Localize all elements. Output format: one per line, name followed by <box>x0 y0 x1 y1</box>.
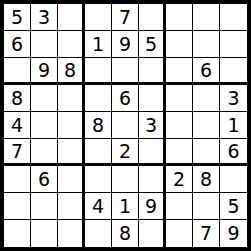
cell-r7c5[interactable] <box>112 166 139 193</box>
cell-r8c2[interactable] <box>31 193 58 220</box>
cell-r1c6[interactable] <box>139 4 166 31</box>
cell-r6c9[interactable]: 6 <box>220 139 247 166</box>
cell-r2c1[interactable]: 6 <box>4 31 31 58</box>
cell-r8c5[interactable]: 1 <box>112 193 139 220</box>
cell-r7c3[interactable] <box>58 166 85 193</box>
cell-r9c6[interactable] <box>139 220 166 247</box>
cell-r9c5[interactable]: 8 <box>112 220 139 247</box>
cell-r8c9[interactable]: 5 <box>220 193 247 220</box>
cell-r8c6[interactable]: 9 <box>139 193 166 220</box>
cell-r2c9[interactable] <box>220 31 247 58</box>
cell-r9c8[interactable]: 7 <box>193 220 220 247</box>
cell-r3c9[interactable] <box>220 58 247 85</box>
cell-r3c2[interactable]: 9 <box>31 58 58 85</box>
cell-r7c1[interactable] <box>4 166 31 193</box>
cell-r5c5[interactable] <box>112 112 139 139</box>
cell-r6c7[interactable] <box>166 139 193 166</box>
cell-r9c9[interactable]: 9 <box>220 220 247 247</box>
cell-r4c1[interactable]: 8 <box>4 85 31 112</box>
cell-r9c2[interactable] <box>31 220 58 247</box>
cell-r6c6[interactable] <box>139 139 166 166</box>
cell-r9c7[interactable] <box>166 220 193 247</box>
cell-r1c7[interactable] <box>166 4 193 31</box>
cell-r2c2[interactable] <box>31 31 58 58</box>
cell-r9c4[interactable] <box>85 220 112 247</box>
cell-r9c3[interactable] <box>58 220 85 247</box>
cell-r7c9[interactable] <box>220 166 247 193</box>
cell-r8c1[interactable] <box>4 193 31 220</box>
cell-r7c2[interactable]: 6 <box>31 166 58 193</box>
cell-r8c4[interactable]: 4 <box>85 193 112 220</box>
cell-r2c6[interactable]: 5 <box>139 31 166 58</box>
cell-r1c2[interactable]: 3 <box>31 4 58 31</box>
cell-r4c2[interactable] <box>31 85 58 112</box>
sudoku-board: 537619598686348317266284195879 <box>0 0 251 251</box>
cell-r7c7[interactable]: 2 <box>166 166 193 193</box>
cell-r3c8[interactable]: 6 <box>193 58 220 85</box>
cell-r1c3[interactable] <box>58 4 85 31</box>
cell-r5c3[interactable] <box>58 112 85 139</box>
cell-r5c4[interactable]: 8 <box>85 112 112 139</box>
cell-r8c7[interactable] <box>166 193 193 220</box>
cell-r2c4[interactable]: 1 <box>85 31 112 58</box>
cell-r2c7[interactable] <box>166 31 193 58</box>
cell-r1c9[interactable] <box>220 4 247 31</box>
cell-r5c7[interactable] <box>166 112 193 139</box>
cell-r3c4[interactable] <box>85 58 112 85</box>
cell-r8c8[interactable] <box>193 193 220 220</box>
cell-r3c3[interactable]: 8 <box>58 58 85 85</box>
cell-r1c5[interactable]: 7 <box>112 4 139 31</box>
cell-r6c8[interactable] <box>193 139 220 166</box>
cell-r1c1[interactable]: 5 <box>4 4 31 31</box>
cell-r4c7[interactable] <box>166 85 193 112</box>
cell-r5c6[interactable]: 3 <box>139 112 166 139</box>
cell-r6c3[interactable] <box>58 139 85 166</box>
cell-r4c9[interactable]: 3 <box>220 85 247 112</box>
cell-r1c4[interactable] <box>85 4 112 31</box>
cell-r4c4[interactable] <box>85 85 112 112</box>
cell-r1c8[interactable] <box>193 4 220 31</box>
cell-r2c8[interactable] <box>193 31 220 58</box>
cell-r6c2[interactable] <box>31 139 58 166</box>
cell-r3c5[interactable] <box>112 58 139 85</box>
cell-r4c6[interactable] <box>139 85 166 112</box>
cell-r6c4[interactable] <box>85 139 112 166</box>
cell-r4c8[interactable] <box>193 85 220 112</box>
cell-r5c2[interactable] <box>31 112 58 139</box>
cell-r9c1[interactable] <box>4 220 31 247</box>
cell-r6c5[interactable]: 2 <box>112 139 139 166</box>
cell-r7c8[interactable]: 8 <box>193 166 220 193</box>
cell-r4c3[interactable] <box>58 85 85 112</box>
cell-r3c7[interactable] <box>166 58 193 85</box>
cell-r7c6[interactable] <box>139 166 166 193</box>
cell-r5c8[interactable] <box>193 112 220 139</box>
cell-r2c3[interactable] <box>58 31 85 58</box>
cell-r8c3[interactable] <box>58 193 85 220</box>
cell-r3c1[interactable] <box>4 58 31 85</box>
cell-r4c5[interactable]: 6 <box>112 85 139 112</box>
cell-r3c6[interactable] <box>139 58 166 85</box>
cell-r6c1[interactable]: 7 <box>4 139 31 166</box>
cell-r5c9[interactable]: 1 <box>220 112 247 139</box>
cell-r5c1[interactable]: 4 <box>4 112 31 139</box>
cell-r2c5[interactable]: 9 <box>112 31 139 58</box>
cell-r7c4[interactable] <box>85 166 112 193</box>
